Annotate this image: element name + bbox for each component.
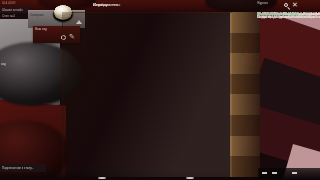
- log-panel-title: Журнал: [257, 1, 267, 4]
- input-mark: [292, 172, 297, 174]
- chat-input-bar[interactable]: [258, 168, 320, 180]
- log-line-25: Партия завершена: [257, 11, 283, 17]
- side-label: ход: [1, 62, 6, 65]
- window-strip-1-label: Шашки онлайн: [2, 8, 23, 11]
- white-piece-g1[interactable]: [55, 6, 72, 18]
- side-label-wrap: ход: [1, 62, 17, 69]
- window-strip-2[interactable]: Стол №4: [0, 13, 30, 19]
- reflection-speck: [98, 177, 106, 179]
- window-strip-2-label: Стол №4: [2, 14, 15, 17]
- reflection-speck: [186, 177, 194, 179]
- menu-items: ИграСервисСообществоИнструменты: [93, 2, 253, 11]
- log-panel-title-wrap: Журнал: [257, 1, 287, 7]
- game-window: ШАШКИ ИграСервисСообществоИнструменты Ша…: [0, 0, 320, 180]
- board: [62, 12, 232, 177]
- move-prompt-label: Ваш ход: [35, 27, 47, 30]
- menu-item-3[interactable]: Инструменты: [93, 2, 120, 7]
- game-log-panel[interactable]: Партия началась: Иван (1520) — Сергей (1…: [257, 11, 320, 169]
- input-mark: [262, 172, 267, 174]
- search-icon[interactable]: [284, 3, 288, 7]
- status-caption-strip: Подключение к столу...: [0, 164, 46, 172]
- input-mark: [272, 172, 277, 174]
- board-right-frame-shade: [230, 12, 260, 177]
- close-icon[interactable]: ✕: [292, 0, 298, 9]
- opponent-dropdown-label: Соперник: [30, 13, 43, 16]
- status-caption: Подключение к столу...: [2, 166, 34, 169]
